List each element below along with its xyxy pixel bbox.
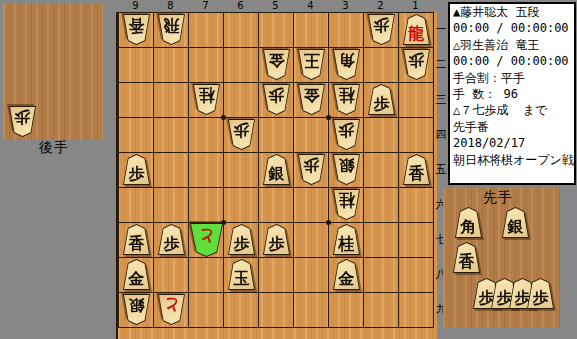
piece-歩-9五[interactable]: 歩: [123, 154, 150, 185]
sente-hand-piece-歩[interactable]: 歩: [527, 278, 554, 309]
rank-label-2: 二: [434, 47, 448, 82]
square-7二[interactable]: [188, 47, 223, 82]
file-label-6: 6: [223, 0, 258, 11]
square-6二[interactable]: [223, 47, 258, 82]
square-1九[interactable]: [398, 292, 433, 327]
square-1七[interactable]: [398, 222, 433, 257]
square-2八[interactable]: [363, 257, 398, 292]
gote-hand-piece-歩[interactable]: 歩: [9, 106, 36, 137]
piece-香-9七[interactable]: 香: [123, 224, 150, 255]
rank-label-5: 五: [434, 152, 448, 187]
piece-飛-8一[interactable]: 飛: [158, 14, 185, 45]
square-1八[interactable]: [398, 257, 433, 292]
file-label-3: 3: [328, 0, 363, 11]
square-4一[interactable]: [293, 12, 328, 47]
piece-歩-3四[interactable]: 歩: [333, 119, 360, 150]
handicap-line: 手合割：平手: [450, 70, 574, 86]
sente-player-name: ▲藤井聡太 五段: [450, 4, 574, 20]
square-9三[interactable]: [118, 82, 153, 117]
date-line: 2018/02/17: [450, 135, 574, 151]
piece-角-3二[interactable]: 角: [333, 49, 360, 80]
square-2七[interactable]: [363, 222, 398, 257]
piece-金-5二[interactable]: 金: [263, 49, 290, 80]
last-move-line: △７七歩成 まで: [450, 102, 574, 118]
square-8二[interactable]: [153, 47, 188, 82]
square-6六[interactable]: [223, 187, 258, 222]
star-point: [326, 220, 331, 225]
square-5四[interactable]: [258, 117, 293, 152]
piece-王-4二[interactable]: 王: [298, 49, 325, 80]
square-5六[interactable]: [258, 187, 293, 222]
piece-桂-7三[interactable]: 桂: [193, 84, 220, 115]
square-7四[interactable]: [188, 117, 223, 152]
sente-stand-label: 先手: [483, 189, 513, 207]
rank-label-4: 四: [434, 117, 448, 152]
piece-歩-8七[interactable]: 歩: [158, 224, 185, 255]
square-2六[interactable]: [363, 187, 398, 222]
file-label-4: 4: [293, 0, 328, 11]
square-6一[interactable]: [223, 12, 258, 47]
square-6五[interactable]: [223, 152, 258, 187]
kifu-viewer-window: 後手 987654321 一二三四五六七八九 ▲藤井聡太 五段 00:00 / …: [0, 0, 577, 339]
square-7六[interactable]: [188, 187, 223, 222]
piece-歩-2三[interactable]: 歩: [368, 84, 395, 115]
piece-銀-9九[interactable]: 銀: [123, 294, 150, 325]
sente-hand-piece-銀[interactable]: 銀: [502, 207, 529, 238]
square-1四[interactable]: [398, 117, 433, 152]
piece-と-8九[interactable]: と: [158, 294, 185, 325]
square-8五[interactable]: [153, 152, 188, 187]
piece-銀-5五[interactable]: 銀: [263, 154, 290, 185]
sente-hand-piece-香[interactable]: 香: [453, 242, 480, 273]
piece-歩-2一[interactable]: 歩: [368, 14, 395, 45]
piece-歩-6七[interactable]: 歩: [228, 224, 255, 255]
piece-香-9一[interactable]: 香: [123, 14, 150, 45]
turn-line: 先手番: [450, 119, 574, 135]
square-4七[interactable]: [293, 222, 328, 257]
piece-と-7七[interactable]: と: [190, 223, 223, 257]
piece-玉-6八[interactable]: 玉: [228, 259, 255, 290]
rank-label-1: 一: [434, 12, 448, 47]
sente-clock: 00:00 / 00:00:00: [450, 20, 574, 36]
piece-龍-1一[interactable]: 龍: [403, 14, 430, 45]
piece-桂-3七[interactable]: 桂: [333, 224, 360, 255]
square-2四[interactable]: [363, 117, 398, 152]
square-4四[interactable]: [293, 117, 328, 152]
file-label-2: 2: [363, 0, 398, 11]
square-1六[interactable]: [398, 187, 433, 222]
square-4六[interactable]: [293, 187, 328, 222]
square-7八[interactable]: [188, 257, 223, 292]
square-3一[interactable]: [328, 12, 363, 47]
piece-歩-4五[interactable]: 歩: [298, 154, 325, 185]
file-label-1: 1: [398, 0, 433, 11]
piece-歩-5三[interactable]: 歩: [263, 84, 290, 115]
piece-金-3八[interactable]: 金: [333, 259, 360, 290]
piece-金-4三[interactable]: 金: [298, 84, 325, 115]
sente-hand-piece-角[interactable]: 角: [455, 207, 482, 238]
square-2二[interactable]: [363, 47, 398, 82]
rank-label-3: 三: [434, 82, 448, 117]
file-label-7: 7: [188, 0, 223, 11]
file-label-9: 9: [118, 0, 153, 11]
piece-歩-6四[interactable]: 歩: [228, 119, 255, 150]
square-9二[interactable]: [118, 47, 153, 82]
piece-桂-3三[interactable]: 桂: [333, 84, 360, 115]
square-2九[interactable]: [363, 292, 398, 327]
event-line: 朝日杯将棋オープン戦: [450, 152, 574, 168]
square-7九[interactable]: [188, 292, 223, 327]
piece-香-1五[interactable]: 香: [403, 154, 430, 185]
square-7一[interactable]: [188, 12, 223, 47]
star-point: [221, 115, 226, 120]
square-5八[interactable]: [258, 257, 293, 292]
move-count-line: 手 数： 96: [450, 86, 574, 102]
square-9四[interactable]: [118, 117, 153, 152]
square-7五[interactable]: [188, 152, 223, 187]
piece-銀-3五[interactable]: 銀: [333, 154, 360, 185]
star-point: [326, 115, 331, 120]
square-5一[interactable]: [258, 12, 293, 47]
square-9六[interactable]: [118, 187, 153, 222]
file-label-5: 5: [258, 0, 293, 11]
square-5九[interactable]: [258, 292, 293, 327]
piece-歩-5七[interactable]: 歩: [263, 224, 290, 255]
square-8八[interactable]: [153, 257, 188, 292]
square-4九[interactable]: [293, 292, 328, 327]
square-8四[interactable]: [153, 117, 188, 152]
gote-clock: 00:00 / 00:00:00: [450, 53, 574, 69]
square-6九[interactable]: [223, 292, 258, 327]
piece-金-9八[interactable]: 金: [123, 259, 150, 290]
square-1三[interactable]: [398, 82, 433, 117]
gote-player-name: △羽生善治 竜王: [450, 37, 574, 53]
square-6三[interactable]: [223, 82, 258, 117]
square-8三[interactable]: [153, 82, 188, 117]
square-8六[interactable]: [153, 187, 188, 222]
square-3九[interactable]: [328, 292, 363, 327]
file-label-8: 8: [153, 0, 188, 11]
gote-stand-label: 後手: [39, 139, 69, 157]
piece-歩-1二[interactable]: 歩: [403, 49, 430, 80]
square-2五[interactable]: [363, 152, 398, 187]
game-info-panel: ▲藤井聡太 五段 00:00 / 00:00:00 △羽生善治 竜王 00:00…: [448, 2, 576, 185]
piece-桂-3六[interactable]: 桂: [333, 189, 360, 220]
square-4八[interactable]: [293, 257, 328, 292]
